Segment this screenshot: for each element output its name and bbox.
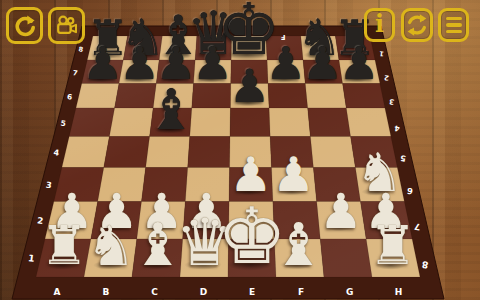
menu-icon (446, 17, 462, 34)
black-pawn-e6[interactable]: ♟ (229, 65, 270, 111)
coordinate-label: A (54, 287, 61, 297)
black-pawn-g7[interactable]: ♟ (302, 41, 343, 86)
black-pawn-d7[interactable]: ♟ (192, 41, 233, 86)
white-rook-h1[interactable]: ♜ (369, 220, 417, 273)
chess-app-screen: AABBCCDDEEFFGGHH1827364554637281 ♜♞♝♛♚♞♜… (0, 0, 480, 300)
rotate-board-button[interactable] (6, 7, 43, 44)
sync-button[interactable] (401, 8, 433, 42)
coordinate-label: F (298, 287, 304, 297)
coordinate-label: G (346, 287, 353, 297)
info-icon: i (375, 12, 384, 36)
rotate-icon (13, 14, 37, 38)
white-pawn-g2[interactable]: ♟ (319, 187, 362, 235)
coordinate-label: D (200, 287, 207, 297)
white-bishop-f1[interactable]: ♝ (272, 215, 325, 274)
coordinate-label: H (395, 287, 403, 297)
coordinate-label: B (102, 287, 109, 297)
black-bishop-c5[interactable]: ♝ (146, 82, 196, 138)
white-rook-a1[interactable]: ♜ (40, 220, 88, 273)
info-button[interactable]: i (364, 8, 395, 42)
white-knight-b1[interactable]: ♞ (86, 218, 135, 273)
coordinate-label: C (151, 287, 158, 297)
menu-button[interactable] (438, 8, 469, 42)
coordinate-label: E (249, 287, 255, 297)
sync-icon (405, 13, 429, 37)
black-pawn-a7[interactable]: ♟ (83, 41, 124, 86)
black-pawn-f7[interactable]: ♟ (266, 41, 307, 86)
black-pawn-h7[interactable]: ♟ (339, 41, 380, 86)
camera-icon (55, 14, 79, 38)
camera-button[interactable] (48, 7, 85, 44)
